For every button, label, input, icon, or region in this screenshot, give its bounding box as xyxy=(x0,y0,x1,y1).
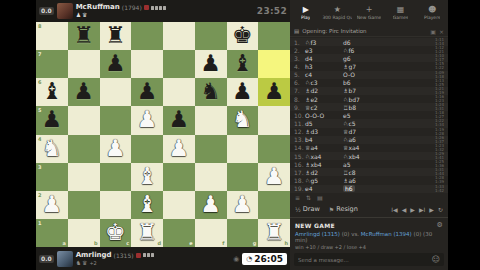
square-c2[interactable] xyxy=(100,191,132,219)
black-bishop-g7[interactable]: ♝ xyxy=(227,50,259,78)
file-label: e xyxy=(189,240,192,246)
player-rating-bottom: (1315) xyxy=(114,252,134,259)
move-number: 1. xyxy=(294,39,305,46)
move-number: 2. xyxy=(294,47,305,54)
nav-tabs: ▶Play★300 Rapid Qua...+New Game▦Games☻Pl… xyxy=(290,0,448,26)
captured-queen-icon: ♛ xyxy=(82,260,87,266)
expand-icon[interactable]: ▣ xyxy=(430,28,436,35)
move-number: 7. xyxy=(294,87,305,94)
prev-move-button[interactable]: ◀ xyxy=(402,206,407,213)
move-row: 19.e4h61:331:42 xyxy=(290,185,448,193)
square-a4[interactable]: 4♞ xyxy=(36,135,68,163)
rank-label: 8 xyxy=(38,23,41,29)
white-move[interactable]: ♘f3 xyxy=(305,39,343,46)
white-rook-h1[interactable]: ♜ xyxy=(258,219,290,247)
black-move[interactable]: ♘c5 xyxy=(343,120,381,127)
file-label: a xyxy=(62,240,65,246)
new-game-title: NEW GAME xyxy=(295,222,335,229)
captured-pieces-bottom: ♞♛+2 xyxy=(76,260,154,266)
move-number: 19. xyxy=(294,185,305,192)
move-times: 1:331:42 xyxy=(435,185,444,193)
square-c3[interactable] xyxy=(100,163,132,191)
black-bishop-a6[interactable]: ♝ xyxy=(36,78,68,106)
white-move[interactable]: h3 xyxy=(305,63,343,70)
square-h1[interactable]: h♜ xyxy=(258,219,290,247)
tab-play[interactable]: ▶Play xyxy=(290,0,322,26)
white-pawn-a2[interactable]: ♟ xyxy=(36,191,68,219)
square-g1[interactable]: g xyxy=(227,219,259,247)
square-c8[interactable]: ♜ xyxy=(100,22,132,50)
white-move[interactable]: b4 xyxy=(305,136,343,143)
move-number: 11. xyxy=(294,120,305,127)
badge-icons xyxy=(143,253,154,257)
tab-icon: ▦ xyxy=(397,6,405,14)
move-number: 13. xyxy=(294,136,305,143)
move-row: 5.c4O-O1:091:18 xyxy=(290,71,448,79)
move-number: 18. xyxy=(294,177,305,184)
captured-knight-icon: ♞ xyxy=(76,260,81,266)
move-row: 10.O-O-Oe51:181:27 xyxy=(290,111,448,119)
clock-icon: ◔ xyxy=(246,255,252,263)
black-move[interactable]: O-O xyxy=(343,71,381,78)
spectator-eye-icon[interactable]: ◉ xyxy=(233,255,239,263)
white-move[interactable]: ♕c2 xyxy=(305,104,343,111)
file-label: g xyxy=(253,240,257,246)
white-knight-a4[interactable]: ♞ xyxy=(36,135,68,163)
square-d8[interactable] xyxy=(131,22,163,50)
move-row: 17.♗d2♖c81:311:44 xyxy=(290,168,448,176)
avatar-top[interactable] xyxy=(57,3,73,19)
square-h2[interactable] xyxy=(258,191,290,219)
square-d2[interactable]: ♝ xyxy=(131,191,163,219)
square-e4[interactable]: ♟ xyxy=(163,135,195,163)
scoring-line: win +10 / draw +2 / lose +4 xyxy=(295,244,443,250)
move-number: 9. xyxy=(294,104,305,111)
move-row: 3.d4g61:101:17 xyxy=(290,54,448,62)
square-f5[interactable] xyxy=(195,106,227,134)
square-e6[interactable] xyxy=(163,78,195,106)
move-row: 2.e3♘f61:121:21 xyxy=(290,46,448,54)
tab-icon: ★ xyxy=(334,6,341,14)
square-a8[interactable]: 8 xyxy=(36,22,68,50)
tab-icon: ☻ xyxy=(428,6,436,14)
flag-icon xyxy=(144,5,149,10)
material-advantage: +2 xyxy=(89,260,96,266)
square-a6[interactable]: 6♝ xyxy=(36,78,68,106)
square-b2[interactable] xyxy=(68,191,100,219)
side-panel: ▶Play★300 Rapid Qua...+New Game▦Games☻Pl… xyxy=(290,0,448,270)
move-row: 11.d5♘c51:221:34 xyxy=(290,119,448,127)
flag-icon xyxy=(136,253,141,258)
square-g2[interactable]: ♟ xyxy=(227,191,259,219)
square-d6[interactable]: ♟ xyxy=(131,78,163,106)
black-pawn-b6[interactable]: ♟ xyxy=(68,78,100,106)
captured-queen-icon: ♛ xyxy=(82,12,87,18)
white-pawn-h3[interactable]: ♟ xyxy=(258,163,290,191)
move-row: 14.♕a4♕xa41:231:32 xyxy=(290,144,448,152)
next-move-button[interactable]: ▶ xyxy=(410,206,415,213)
match-line: Amrlingd (1315) (0) vs. McRuffman (1394)… xyxy=(295,231,443,243)
move-list-toolbar: ≡ ⇅ ▤ xyxy=(290,193,448,202)
square-b6[interactable]: ♟ xyxy=(68,78,100,106)
square-g7[interactable]: ♝ xyxy=(227,50,259,78)
tab-new-game[interactable]: +New Game xyxy=(353,0,385,26)
white-move[interactable]: ♗d2 xyxy=(305,87,343,94)
square-h3[interactable]: ♟ xyxy=(258,163,290,191)
rank-label: 3 xyxy=(38,164,41,170)
game-actions: ½Draw ⚑Resign Ι◀ ◀ ▶ ▶Ι ▶ ↻ xyxy=(290,202,448,216)
black-move[interactable]: ♗b7 xyxy=(343,87,381,94)
square-d5[interactable]: ♟ xyxy=(131,106,163,134)
black-move[interactable]: e5 xyxy=(343,112,381,119)
player-name-top[interactable]: McRuffman xyxy=(76,4,120,11)
emoji-icon[interactable]: ☺ xyxy=(432,255,440,264)
black-rook-b8[interactable]: ♜ xyxy=(68,22,100,50)
black-move[interactable]: ♕d7 xyxy=(343,128,381,135)
badge-icons xyxy=(151,6,166,10)
score-badge-top: 0.0 xyxy=(39,7,54,15)
square-e2[interactable] xyxy=(163,191,195,219)
square-h5[interactable] xyxy=(258,106,290,134)
square-b7[interactable] xyxy=(68,50,100,78)
black-pawn-h6[interactable]: ♟ xyxy=(258,78,290,106)
white-move[interactable]: O-O-O xyxy=(305,112,343,119)
white-move[interactable]: ♘xa4 xyxy=(305,153,343,160)
move-number: 15. xyxy=(294,153,305,160)
black-move[interactable]: ♘xb4 xyxy=(343,153,381,160)
square-e1[interactable]: e xyxy=(163,219,195,247)
square-g3[interactable] xyxy=(227,163,259,191)
tab-games[interactable]: ▦Games xyxy=(385,0,417,26)
white-king-c1[interactable]: ♚ xyxy=(100,219,132,247)
square-f7[interactable]: ♟ xyxy=(195,50,227,78)
opening-row: ▤ Opening: Pirc Invitation ▣ × xyxy=(290,26,448,37)
square-a1[interactable]: 1a xyxy=(36,219,68,247)
white-move[interactable]: ♗e2 xyxy=(305,96,343,103)
white-pawn-d5[interactable]: ♟ xyxy=(131,106,163,134)
move-number: 14. xyxy=(294,144,305,151)
tab-icon: + xyxy=(366,6,373,14)
square-d3[interactable]: ♝ xyxy=(131,163,163,191)
gear-icon[interactable]: ⚙ xyxy=(436,221,443,229)
move-number: 3. xyxy=(294,55,305,62)
white-move[interactable]: ♕a4 xyxy=(305,144,343,151)
file-label: f xyxy=(222,240,224,246)
black-move[interactable]: b6 xyxy=(343,79,381,86)
square-d1[interactable]: d♜ xyxy=(131,219,163,247)
black-king-g8[interactable]: ♚ xyxy=(227,22,259,50)
white-move[interactable]: ♗d2 xyxy=(305,169,343,176)
black-pawn-c7[interactable]: ♟ xyxy=(100,50,132,78)
player-info-bottom: Amrlingd (1315) ♞♛+2 xyxy=(76,252,154,266)
move-row: 13.b4♘a61:261:37 xyxy=(290,136,448,144)
notation-icon[interactable]: ≡ xyxy=(295,194,300,201)
square-f6[interactable]: ♞ xyxy=(195,78,227,106)
square-a2[interactable]: 2♟ xyxy=(36,191,68,219)
white-pawn-g2[interactable]: ♟ xyxy=(227,191,259,219)
white-move[interactable]: e4 xyxy=(305,185,343,192)
square-e5[interactable]: ♟ xyxy=(163,106,195,134)
book-icon: ▤ xyxy=(294,28,299,34)
white-move[interactable]: e3 xyxy=(305,47,343,54)
last-move-button[interactable]: ▶Ι xyxy=(419,206,425,213)
draw-button[interactable]: ½Draw xyxy=(295,205,320,213)
black-move[interactable]: d6 xyxy=(343,39,381,46)
clock-bottom: ◔26:05 xyxy=(242,253,287,265)
square-e3[interactable] xyxy=(163,163,195,191)
square-f2[interactable]: ♟ xyxy=(195,191,227,219)
black-pawn-d6[interactable]: ♟ xyxy=(131,78,163,106)
move-row: 18.♘g5♗a61:281:39 xyxy=(290,176,448,184)
square-c7[interactable]: ♟ xyxy=(100,50,132,78)
square-h7[interactable] xyxy=(258,50,290,78)
white-rook-d1[interactable]: ♜ xyxy=(131,219,163,247)
square-a5[interactable]: 5♟ xyxy=(36,106,68,134)
white-pawn-e4[interactable]: ♟ xyxy=(163,135,195,163)
move-number: 4. xyxy=(294,63,305,70)
black-knight-f6[interactable]: ♞ xyxy=(195,78,227,106)
move-row: 4.h3♗g71:151:22 xyxy=(290,62,448,70)
file-label: b xyxy=(94,240,98,246)
autoplay-button[interactable]: ▶ xyxy=(429,206,434,213)
move-number: 12. xyxy=(294,128,305,135)
score-badge-bottom: 0.0 xyxy=(39,255,54,263)
white-knight-g5[interactable]: ♞ xyxy=(227,106,259,134)
square-d4[interactable] xyxy=(131,135,163,163)
move-row: 12.♗d3♕d71:191:28 xyxy=(290,128,448,136)
white-bishop-d2[interactable]: ♝ xyxy=(131,191,163,219)
black-rook-c8[interactable]: ♜ xyxy=(100,22,132,50)
black-move[interactable]: ♘bd7 xyxy=(343,96,381,103)
square-b4[interactable] xyxy=(68,135,100,163)
replay-icon[interactable]: ↻ xyxy=(438,206,443,213)
black-pawn-g6[interactable]: ♟ xyxy=(227,78,259,106)
white-pawn-c4[interactable]: ♟ xyxy=(100,135,132,163)
white-move[interactable]: ♗d3 xyxy=(305,128,343,135)
clock-top: 23:52 xyxy=(257,6,287,16)
square-c5[interactable] xyxy=(100,106,132,134)
move-number: 5. xyxy=(294,71,305,78)
avatar-bottom[interactable] xyxy=(57,251,73,267)
square-b5[interactable] xyxy=(68,106,100,134)
move-row: 16.♗xb4a51:251:36 xyxy=(290,160,448,168)
black-move[interactable]: ♗a6 xyxy=(343,177,381,184)
square-h4[interactable] xyxy=(258,135,290,163)
square-b3[interactable] xyxy=(68,163,100,191)
black-move[interactable]: ♕xa4 xyxy=(343,144,381,151)
game-column: 0.0 McRuffman (1794) ♟♛ 23:52 8♜♜♚7♟♟♝6♝… xyxy=(36,0,290,270)
white-move[interactable]: c4 xyxy=(305,71,343,78)
black-move[interactable]: ♖c8 xyxy=(343,169,381,176)
square-h6[interactable]: ♟ xyxy=(258,78,290,106)
move-row: 9.♕c2♖b81:241:31 xyxy=(290,103,448,111)
first-move-button[interactable]: Ι◀ xyxy=(391,206,397,213)
white-move[interactable]: ♘g5 xyxy=(305,177,343,184)
black-move[interactable]: ♗g7 xyxy=(343,63,381,70)
black-move[interactable]: h6 xyxy=(343,185,381,192)
tab-players[interactable]: ☻Players xyxy=(416,0,448,26)
black-move[interactable]: a5 xyxy=(343,161,381,168)
black-move[interactable]: ♖b8 xyxy=(343,104,381,111)
move-number: 16. xyxy=(294,161,305,168)
square-c4[interactable]: ♟ xyxy=(100,135,132,163)
player-bar-top: 0.0 McRuffman (1794) ♟♛ 23:52 xyxy=(36,0,290,22)
flip-board-icon[interactable]: ⇅ xyxy=(306,194,311,201)
tab-300-rapid-qua[interactable]: ★300 Rapid Qua... xyxy=(322,0,354,26)
chess-board[interactable]: 8♜♜♚7♟♟♝6♝♟♟♞♟♟5♟♟♟♞4♞♟♟3♝♟2♟♝♟♟1abc♚d♜e… xyxy=(36,22,290,247)
white-move[interactable]: ♗xb4 xyxy=(305,161,343,168)
player-bar-bottom: 0.0 Amrlingd (1315) ♞♛+2 ◉ ◔26:05 xyxy=(36,247,290,270)
white-move[interactable]: d4 xyxy=(305,55,343,62)
square-g6[interactable]: ♟ xyxy=(227,78,259,106)
player-rating-top: (1794) xyxy=(122,4,142,11)
black-pawn-a5[interactable]: ♟ xyxy=(36,106,68,134)
square-f4[interactable] xyxy=(195,135,227,163)
square-c1[interactable]: c♚ xyxy=(100,219,132,247)
move-number: 10. xyxy=(294,112,305,119)
rank-label: 7 xyxy=(38,51,41,57)
move-list[interactable]: 1.♘f3d61:111:142.e3♘f61:121:213.d4g61:10… xyxy=(290,38,448,193)
move-row: 15.♘xa4♘xb41:291:41 xyxy=(290,152,448,160)
square-e7[interactable] xyxy=(163,50,195,78)
captured-pawn-icon: ♟ xyxy=(76,12,81,18)
square-a3[interactable]: 3 xyxy=(36,163,68,191)
chat-input[interactable] xyxy=(298,257,429,263)
layout-icon[interactable]: ▤ xyxy=(317,194,323,201)
resign-flag-icon: ⚑ xyxy=(329,206,334,213)
black-move[interactable]: g6 xyxy=(343,55,381,62)
player-name-bottom[interactable]: Amrlingd xyxy=(76,252,112,259)
square-f3[interactable] xyxy=(195,163,227,191)
move-row: 6.♘c3b61:131:25 xyxy=(290,79,448,87)
square-h8[interactable] xyxy=(258,22,290,50)
move-row: 7.♗d2♗b71:211:19 xyxy=(290,87,448,95)
square-b1[interactable]: b xyxy=(68,219,100,247)
white-pawn-f2[interactable]: ♟ xyxy=(195,191,227,219)
black-move[interactable]: ♘f6 xyxy=(343,47,381,54)
square-c6[interactable] xyxy=(100,78,132,106)
square-d7[interactable] xyxy=(131,50,163,78)
move-number: 17. xyxy=(294,169,305,176)
chat-input-bar: ☺ xyxy=(294,253,444,266)
square-g8[interactable]: ♚ xyxy=(227,22,259,50)
app-window: 0.0 McRuffman (1794) ♟♛ 23:52 8♜♜♚7♟♟♝6♝… xyxy=(0,0,480,270)
black-move[interactable]: ♘a6 xyxy=(343,136,381,143)
square-f1[interactable]: f xyxy=(195,219,227,247)
black-pawn-e5[interactable]: ♟ xyxy=(163,106,195,134)
move-row: 1.♘f3d61:111:14 xyxy=(290,38,448,46)
square-b8[interactable]: ♜ xyxy=(68,22,100,50)
close-icon[interactable]: × xyxy=(439,28,444,35)
move-row: 8.♗e2♘bd71:161:23 xyxy=(290,95,448,103)
half-point-icon: ½ xyxy=(295,206,301,213)
opening-name: Opening: Pirc Invitation xyxy=(302,28,366,34)
rank-label: 1 xyxy=(38,220,41,226)
white-bishop-d3[interactable]: ♝ xyxy=(131,163,163,191)
square-a7[interactable]: 7 xyxy=(36,50,68,78)
player-info-top: McRuffman (1794) ♟♛ xyxy=(76,4,166,18)
white-move[interactable]: d5 xyxy=(305,120,343,127)
resign-button[interactable]: ⚑Resign xyxy=(329,205,358,213)
square-g4[interactable] xyxy=(227,135,259,163)
move-number: 6. xyxy=(294,79,305,86)
move-number: 8. xyxy=(294,96,305,103)
tab-icon: ▶ xyxy=(303,6,309,14)
white-move[interactable]: ♘c3 xyxy=(305,79,343,86)
square-f8[interactable] xyxy=(195,22,227,50)
captured-pieces-top: ♟♛ xyxy=(76,12,166,18)
square-e8[interactable] xyxy=(163,22,195,50)
black-pawn-f7[interactable]: ♟ xyxy=(195,50,227,78)
square-g5[interactable]: ♞ xyxy=(227,106,259,134)
player-link-2[interactable]: McRuffman (1394) xyxy=(361,231,412,237)
